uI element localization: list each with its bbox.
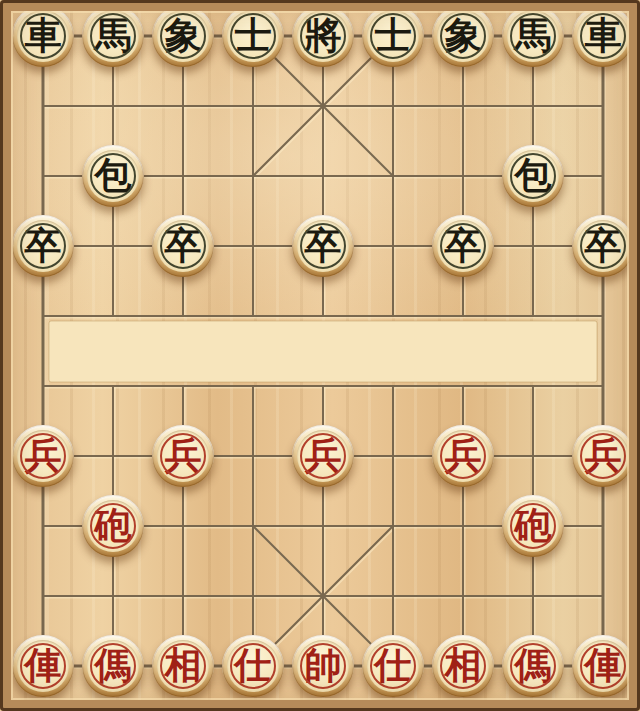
board-cell[interactable] <box>288 141 358 211</box>
piece-face: 象 <box>437 10 489 62</box>
piece-glyph: 兵 <box>585 437 622 474</box>
board-cell[interactable] <box>288 351 358 421</box>
xiangqi-app: 車馬象士將士象馬車包包卒卒卒卒卒兵兵兵兵兵砲砲俥傌相仕帥仕相傌俥 <box>0 0 640 711</box>
piece-black-soldier[interactable]: 卒 <box>292 215 354 277</box>
piece-red-elephant[interactable]: 相 <box>152 635 214 697</box>
piece-face: 卒 <box>157 220 209 272</box>
piece-glyph: 卒 <box>25 227 62 264</box>
board-cell[interactable] <box>428 141 498 211</box>
piece-red-chariot[interactable]: 俥 <box>572 635 634 697</box>
board-cell[interactable] <box>428 281 498 351</box>
board-cell[interactable] <box>218 141 288 211</box>
board-cell[interactable] <box>78 421 148 491</box>
board-cell[interactable]: 士 <box>358 1 428 71</box>
piece-glyph: 傌 <box>95 647 132 684</box>
board-cell[interactable] <box>358 71 428 141</box>
piece-black-horse[interactable]: 馬 <box>82 5 144 67</box>
piece-face: 將 <box>297 10 349 62</box>
piece-glyph: 砲 <box>515 507 552 544</box>
piece-black-elephant[interactable]: 象 <box>432 5 494 67</box>
piece-face: 俥 <box>577 640 629 692</box>
piece-face: 象 <box>157 10 209 62</box>
piece-glyph: 相 <box>165 647 202 684</box>
board-cell[interactable] <box>78 211 148 281</box>
board-cell[interactable] <box>358 491 428 561</box>
piece-face: 車 <box>17 10 69 62</box>
piece-face: 砲 <box>87 500 139 552</box>
board-cell[interactable] <box>568 141 638 211</box>
board-cell[interactable] <box>358 281 428 351</box>
piece-red-cannon[interactable]: 砲 <box>82 495 144 557</box>
piece-glyph: 象 <box>165 17 202 54</box>
board-cell[interactable]: 卒 <box>568 211 638 281</box>
piece-glyph: 象 <box>445 17 482 54</box>
board-cell[interactable]: 相 <box>428 631 498 701</box>
piece-face: 卒 <box>577 220 629 272</box>
piece-face: 仕 <box>367 640 419 692</box>
piece-red-advisor[interactable]: 仕 <box>222 635 284 697</box>
board-cell[interactable]: 馬 <box>498 1 568 71</box>
piece-black-soldier[interactable]: 卒 <box>12 215 74 277</box>
piece-glyph: 兵 <box>305 437 342 474</box>
piece-face: 包 <box>87 150 139 202</box>
board-cell[interactable] <box>218 281 288 351</box>
piece-face: 兵 <box>157 430 209 482</box>
piece-red-soldier[interactable]: 兵 <box>292 425 354 487</box>
board-cell[interactable] <box>568 351 638 421</box>
board-cell[interactable] <box>218 421 288 491</box>
piece-black-chariot[interactable]: 車 <box>572 5 634 67</box>
piece-red-soldier[interactable]: 兵 <box>152 425 214 487</box>
piece-face: 俥 <box>17 640 69 692</box>
board-cell[interactable] <box>218 211 288 281</box>
board-cell[interactable] <box>498 561 568 631</box>
piece-red-soldier[interactable]: 兵 <box>432 425 494 487</box>
board-cell[interactable]: 卒 <box>428 211 498 281</box>
board-cell[interactable]: 士 <box>218 1 288 71</box>
board-cell[interactable]: 兵 <box>148 421 218 491</box>
board-cell[interactable]: 仕 <box>218 631 288 701</box>
board-cell[interactable]: 卒 <box>8 211 78 281</box>
piece-glyph: 傌 <box>515 647 552 684</box>
board-cell[interactable]: 車 <box>568 1 638 71</box>
board-cell[interactable]: 車 <box>8 1 78 71</box>
piece-black-advisor[interactable]: 士 <box>362 5 424 67</box>
piece-glyph: 馬 <box>95 17 132 54</box>
piece-glyph: 俥 <box>25 647 62 684</box>
board-cell[interactable]: 將 <box>288 1 358 71</box>
piece-glyph: 包 <box>515 157 552 194</box>
piece-black-cannon[interactable]: 包 <box>82 145 144 207</box>
board-cell[interactable] <box>218 71 288 141</box>
piece-red-general[interactable]: 帥 <box>292 635 354 697</box>
board-cell[interactable]: 傌 <box>498 631 568 701</box>
board-cell[interactable] <box>428 351 498 421</box>
board-cell[interactable] <box>568 491 638 561</box>
piece-glyph: 卒 <box>585 227 622 264</box>
piece-face: 士 <box>227 10 279 62</box>
piece-black-advisor[interactable]: 士 <box>222 5 284 67</box>
piece-face: 兵 <box>297 430 349 482</box>
board-cell[interactable] <box>8 561 78 631</box>
board-cell[interactable]: 俥 <box>8 631 78 701</box>
board-cell[interactable]: 帥 <box>288 631 358 701</box>
piece-glyph: 士 <box>235 17 272 54</box>
board-cell[interactable] <box>8 351 78 421</box>
piece-black-elephant[interactable]: 象 <box>152 5 214 67</box>
piece-red-chariot[interactable]: 俥 <box>12 635 74 697</box>
piece-face: 砲 <box>507 500 559 552</box>
piece-face: 兵 <box>437 430 489 482</box>
board-cell[interactable]: 傌 <box>78 631 148 701</box>
board-cell[interactable] <box>498 71 568 141</box>
piece-red-soldier[interactable]: 兵 <box>572 425 634 487</box>
board-cell[interactable] <box>148 561 218 631</box>
board-cell[interactable]: 相 <box>148 631 218 701</box>
piece-face: 包 <box>507 150 559 202</box>
board-cell[interactable]: 象 <box>148 1 218 71</box>
board-cell[interactable] <box>218 491 288 561</box>
piece-red-horse[interactable]: 傌 <box>82 635 144 697</box>
board-cell[interactable] <box>358 351 428 421</box>
piece-glyph: 將 <box>305 17 342 54</box>
piece-glyph: 兵 <box>25 437 62 474</box>
board-cell[interactable] <box>218 351 288 421</box>
piece-face: 卒 <box>17 220 69 272</box>
board-cell[interactable] <box>428 71 498 141</box>
board-cell[interactable] <box>8 281 78 351</box>
piece-glyph: 帥 <box>305 647 342 684</box>
board-cell[interactable] <box>8 141 78 211</box>
board-cell[interactable] <box>568 561 638 631</box>
board-cell[interactable] <box>8 491 78 561</box>
piece-glyph: 相 <box>445 647 482 684</box>
piece-face: 士 <box>367 10 419 62</box>
board-cell[interactable] <box>358 141 428 211</box>
piece-face: 傌 <box>87 640 139 692</box>
board-cell[interactable] <box>568 281 638 351</box>
board-cell[interactable]: 卒 <box>288 211 358 281</box>
board-cell[interactable]: 馬 <box>78 1 148 71</box>
board-cell[interactable] <box>498 281 568 351</box>
board-cell[interactable] <box>498 421 568 491</box>
piece-glyph: 兵 <box>165 437 202 474</box>
board-cell[interactable] <box>288 561 358 631</box>
board-cell[interactable] <box>568 71 638 141</box>
piece-black-cannon[interactable]: 包 <box>502 145 564 207</box>
piece-black-soldier[interactable]: 卒 <box>432 215 494 277</box>
piece-red-cannon[interactable]: 砲 <box>502 495 564 557</box>
board-cell[interactable] <box>498 211 568 281</box>
piece-glyph: 俥 <box>585 647 622 684</box>
piece-black-chariot[interactable]: 車 <box>12 5 74 67</box>
board-cell[interactable]: 包 <box>78 141 148 211</box>
piece-face: 兵 <box>577 430 629 482</box>
piece-face: 卒 <box>437 220 489 272</box>
piece-glyph: 仕 <box>235 647 272 684</box>
board-cell[interactable]: 卒 <box>148 211 218 281</box>
board-cell[interactable]: 砲 <box>498 491 568 561</box>
piece-glyph: 卒 <box>165 227 202 264</box>
piece-face: 車 <box>577 10 629 62</box>
piece-face: 馬 <box>507 10 559 62</box>
board-cell[interactable]: 砲 <box>78 491 148 561</box>
piece-face: 傌 <box>507 640 559 692</box>
piece-glyph: 車 <box>25 17 62 54</box>
piece-face: 卒 <box>297 220 349 272</box>
piece-glyph: 卒 <box>305 227 342 264</box>
board-cell[interactable] <box>358 421 428 491</box>
piece-glyph: 馬 <box>515 17 552 54</box>
piece-glyph: 卒 <box>445 227 482 264</box>
board-cell[interactable] <box>148 491 218 561</box>
piece-glyph: 仕 <box>375 647 412 684</box>
board-cell[interactable] <box>288 281 358 351</box>
piece-glyph: 砲 <box>95 507 132 544</box>
board-cell[interactable]: 兵 <box>8 421 78 491</box>
piece-face: 兵 <box>17 430 69 482</box>
piece-face: 帥 <box>297 640 349 692</box>
board-cell[interactable]: 兵 <box>288 421 358 491</box>
piece-red-elephant[interactable]: 相 <box>432 635 494 697</box>
board-cell[interactable]: 兵 <box>568 421 638 491</box>
xiangqi-board-grid: 車馬象士將士象馬車包包卒卒卒卒卒兵兵兵兵兵砲砲俥傌相仕帥仕相傌俥 <box>8 1 638 701</box>
board-cell[interactable] <box>428 491 498 561</box>
board-cell[interactable] <box>148 351 218 421</box>
piece-glyph: 車 <box>585 17 622 54</box>
board-cell[interactable] <box>148 281 218 351</box>
board-cell[interactable] <box>358 211 428 281</box>
board-cell[interactable]: 包 <box>498 141 568 211</box>
board-cell[interactable] <box>498 351 568 421</box>
piece-red-advisor[interactable]: 仕 <box>362 635 424 697</box>
board-cell[interactable] <box>218 561 288 631</box>
board-cell[interactable] <box>78 351 148 421</box>
piece-face: 馬 <box>87 10 139 62</box>
board-cell[interactable] <box>78 561 148 631</box>
board-cell[interactable]: 俥 <box>568 631 638 701</box>
board-cell[interactable]: 象 <box>428 1 498 71</box>
piece-black-soldier[interactable]: 卒 <box>572 215 634 277</box>
piece-face: 相 <box>437 640 489 692</box>
board-cell[interactable] <box>78 281 148 351</box>
board-cell[interactable] <box>148 141 218 211</box>
piece-glyph: 包 <box>95 157 132 194</box>
piece-black-soldier[interactable]: 卒 <box>152 215 214 277</box>
board-cell[interactable] <box>288 491 358 561</box>
piece-face: 仕 <box>227 640 279 692</box>
piece-red-horse[interactable]: 傌 <box>502 635 564 697</box>
piece-red-soldier[interactable]: 兵 <box>12 425 74 487</box>
piece-black-horse[interactable]: 馬 <box>502 5 564 67</box>
board-cell[interactable]: 仕 <box>358 631 428 701</box>
board-cell[interactable] <box>78 71 148 141</box>
board-cell[interactable]: 兵 <box>428 421 498 491</box>
piece-black-general[interactable]: 將 <box>292 5 354 67</box>
board-cell[interactable] <box>8 71 78 141</box>
board-cell[interactable] <box>358 561 428 631</box>
piece-glyph: 士 <box>375 17 412 54</box>
board-cell[interactable] <box>148 71 218 141</box>
board-cell[interactable] <box>288 71 358 141</box>
piece-face: 相 <box>157 640 209 692</box>
piece-glyph: 兵 <box>445 437 482 474</box>
board-cell[interactable] <box>428 561 498 631</box>
